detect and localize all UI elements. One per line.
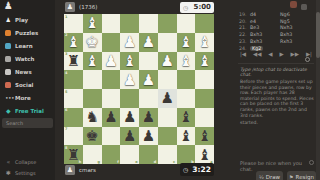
square-c3[interactable]: ♟ bbox=[158, 52, 177, 71]
sidebar-item-social[interactable]: Social bbox=[0, 78, 55, 91]
black-king-piece[interactable]: ♚ bbox=[83, 127, 102, 146]
square-a7[interactable]: ♝ bbox=[195, 127, 214, 146]
square-c2[interactable] bbox=[158, 33, 177, 52]
square-f1[interactable] bbox=[102, 14, 121, 33]
square-a3[interactable]: ♝ bbox=[195, 52, 214, 71]
gear-icon: ✱ bbox=[5, 170, 11, 176]
square-a5[interactable] bbox=[195, 89, 214, 108]
black-pawn-piece[interactable]: ♟ bbox=[120, 108, 139, 127]
rank-label: 7 bbox=[65, 127, 67, 131]
top-player-avatar[interactable]: ♟ bbox=[65, 2, 75, 12]
square-e7[interactable]: ♟ bbox=[120, 127, 139, 146]
draw-label: Draw bbox=[266, 174, 280, 180]
settings-button[interactable]: ✱ Settings bbox=[0, 167, 55, 178]
square-c8[interactable]: c bbox=[158, 145, 177, 164]
fast-back-button[interactable]: ◀◀ bbox=[253, 51, 261, 57]
scrollbar-thumb[interactable] bbox=[316, 12, 320, 58]
white-bishop-piece[interactable]: ♝ bbox=[177, 52, 196, 71]
square-g2[interactable]: ♚ bbox=[83, 33, 102, 52]
black-clock: ◷ 3:22 bbox=[180, 163, 214, 176]
bottom-player-name[interactable]: cmars bbox=[79, 167, 96, 173]
square-a8[interactable]: a♝ bbox=[195, 145, 214, 164]
news-icon bbox=[5, 69, 11, 75]
square-f2[interactable] bbox=[102, 33, 121, 52]
file-label: f bbox=[117, 160, 119, 164]
move-number: 22. bbox=[239, 32, 250, 37]
square-c6[interactable] bbox=[158, 108, 177, 127]
white-bishop-piece[interactable]: ♝ bbox=[177, 33, 196, 52]
sidebar-item-puzzles[interactable]: Puzzles bbox=[0, 26, 55, 39]
resign-label: Resign bbox=[296, 174, 314, 180]
black-move[interactable]: Ng5 bbox=[280, 19, 315, 24]
white-move[interactable]: e4 bbox=[250, 19, 280, 24]
white-move[interactable]: Bxh3 bbox=[250, 32, 280, 37]
white-pawn-piece[interactable]: ♟ bbox=[120, 33, 139, 52]
square-e4[interactable]: ♟ bbox=[120, 70, 139, 89]
black-clock-time: 3:22 bbox=[188, 165, 214, 174]
sidebar-item-learn[interactable]: Learn bbox=[0, 39, 55, 52]
sound-icon[interactable] bbox=[301, 4, 307, 10]
panel-divider bbox=[238, 63, 314, 64]
board-settings-gear-icon[interactable] bbox=[305, 57, 310, 62]
black-rook-piece[interactable]: ♜ bbox=[64, 52, 83, 71]
square-h7[interactable]: 7 bbox=[64, 127, 83, 146]
emoji-icon[interactable] bbox=[309, 160, 314, 165]
square-h2[interactable]: 2♝ bbox=[64, 33, 83, 52]
half-point-icon: ½ bbox=[259, 174, 264, 180]
go-first-button[interactable]: |◀ bbox=[240, 51, 246, 57]
learn-icon bbox=[5, 43, 11, 49]
square-e1[interactable] bbox=[120, 14, 139, 33]
square-f4[interactable] bbox=[102, 70, 121, 89]
white-pawn-piece[interactable]: ♟ bbox=[158, 52, 177, 71]
back-button[interactable]: ◀ bbox=[268, 51, 272, 57]
draw-button[interactable]: ½ Draw bbox=[256, 171, 283, 180]
black-pawn-piece[interactable]: ♟ bbox=[120, 127, 139, 146]
sidebar: ♟ ♟ Play Puzzles Learn Watch News bbox=[0, 0, 55, 180]
square-b3[interactable]: ♝ bbox=[177, 52, 196, 71]
white-pawn-piece[interactable]: ♟ bbox=[102, 52, 121, 71]
white-pawn-piece[interactable]: ♟ bbox=[139, 33, 158, 52]
social-icon bbox=[5, 82, 11, 88]
move-row: 19. d4 Ng6 bbox=[239, 11, 315, 18]
chat-area: Type /stop chat to deactivate chat. Befo… bbox=[240, 67, 314, 125]
square-h4[interactable]: 4 bbox=[64, 70, 83, 89]
square-a6[interactable] bbox=[195, 108, 214, 127]
collapse-icon: « bbox=[5, 159, 11, 165]
black-move[interactable]: Rxh3 bbox=[280, 39, 315, 44]
search-input[interactable]: Search bbox=[2, 118, 53, 128]
square-d3[interactable] bbox=[139, 52, 158, 71]
sidebar-item-play[interactable]: ♟ Play bbox=[0, 13, 55, 26]
square-c7[interactable] bbox=[158, 127, 177, 146]
chat-message-tail: started. bbox=[240, 120, 314, 125]
square-f5[interactable] bbox=[102, 89, 121, 108]
white-bishop-piece[interactable]: ♝ bbox=[64, 33, 83, 52]
forward-button[interactable]: ▶ bbox=[279, 51, 283, 57]
square-h6[interactable]: 6 bbox=[64, 108, 83, 127]
move-list: 19. d4 Ng6 20. e4 Ng5 21. Be3 Nxh3 22. B… bbox=[239, 11, 315, 52]
notification-icon[interactable] bbox=[290, 1, 297, 8]
square-b7[interactable]: ♝ bbox=[177, 127, 196, 146]
chat-message: Before the game players set up their pie… bbox=[240, 79, 314, 118]
square-e8[interactable]: e bbox=[120, 145, 139, 164]
move-row: 20. e4 Ng5 bbox=[239, 18, 315, 25]
square-h3[interactable]: 3♜ bbox=[64, 52, 83, 71]
square-d1[interactable] bbox=[139, 14, 158, 33]
black-move[interactable]: Bxh3 bbox=[280, 32, 315, 37]
sidebar-item-watch[interactable]: Watch bbox=[0, 52, 55, 65]
square-d8[interactable]: d bbox=[139, 145, 158, 164]
resign-button[interactable]: ⚑ Resign bbox=[287, 171, 316, 180]
top-player-name[interactable]: (1736) bbox=[79, 4, 97, 10]
sidebar-footer: « Collapse ✱ Settings bbox=[0, 156, 55, 178]
collapse-button[interactable]: « Collapse bbox=[0, 156, 55, 167]
square-f7[interactable] bbox=[102, 127, 121, 146]
white-bishop-piece[interactable]: ♝ bbox=[120, 52, 139, 71]
square-g6[interactable]: ♞ bbox=[83, 108, 102, 127]
square-d6[interactable]: ♟ bbox=[139, 108, 158, 127]
black-bishop-piece[interactable]: ♝ bbox=[177, 108, 196, 127]
square-g8[interactable]: g bbox=[83, 145, 102, 164]
fast-forward-button[interactable]: ▶▶ bbox=[291, 51, 299, 57]
square-b8[interactable]: b bbox=[177, 145, 196, 164]
black-rook-piece[interactable]: ♜ bbox=[64, 145, 83, 164]
white-king-piece[interactable]: ♚ bbox=[83, 33, 102, 52]
rank-label: 5 bbox=[65, 90, 67, 94]
square-g5[interactable] bbox=[83, 89, 102, 108]
black-bishop-piece[interactable]: ♝ bbox=[195, 145, 214, 164]
file-label: c bbox=[173, 160, 175, 164]
square-b2[interactable]: ♝ bbox=[177, 33, 196, 52]
settings-label: Settings bbox=[15, 170, 36, 176]
chat-hint-line: Type /stop chat to deactivate chat. bbox=[240, 67, 314, 77]
square-a4[interactable] bbox=[195, 70, 214, 89]
play-pawn-icon: ♟ bbox=[5, 17, 11, 23]
resign-flag-icon: ⚑ bbox=[289, 174, 293, 180]
square-d4[interactable]: ♟ bbox=[139, 70, 158, 89]
white-clock-time: 5:00 bbox=[188, 3, 214, 11]
black-pawn-piece[interactable]: ♟ bbox=[139, 108, 158, 127]
square-d5[interactable] bbox=[139, 89, 158, 108]
square-e3[interactable]: ♝ bbox=[120, 52, 139, 71]
rank-label: 1 bbox=[65, 15, 67, 19]
sidebar-item-free-trial[interactable]: ◆ Free Trial bbox=[0, 104, 55, 117]
square-d7[interactable]: ♟ bbox=[139, 127, 158, 146]
search-placeholder: Search bbox=[6, 120, 23, 126]
black-move[interactable]: Ng6 bbox=[280, 12, 315, 17]
white-bishop-piece[interactable]: ♝ bbox=[83, 52, 102, 71]
square-f8[interactable]: f bbox=[102, 145, 121, 164]
move-row: 23. Bxh3 Rxh3 bbox=[239, 38, 315, 45]
black-pawn-piece[interactable]: ♟ bbox=[158, 89, 177, 108]
black-bishop-piece[interactable]: ♝ bbox=[195, 127, 214, 146]
file-label: g bbox=[97, 160, 100, 164]
sidebar-item-label: News bbox=[15, 69, 32, 75]
sidebar-item-label: More bbox=[15, 95, 31, 101]
puzzles-icon bbox=[5, 30, 11, 36]
move-row: 21. Be3 Nxh3 bbox=[239, 25, 315, 32]
watch-icon bbox=[5, 56, 11, 62]
square-f3[interactable]: ♟ bbox=[102, 52, 121, 71]
white-move[interactable]: Bxh3 bbox=[250, 39, 280, 44]
white-pawn-piece[interactable]: ♟ bbox=[120, 70, 139, 89]
black-pawn-piece[interactable]: ♟ bbox=[139, 127, 158, 146]
sidebar-item-label: Learn bbox=[15, 43, 33, 49]
square-c4[interactable] bbox=[158, 70, 177, 89]
avatar-pawn-icon: ♟ bbox=[67, 166, 73, 174]
free-trial-label: Free Trial bbox=[15, 108, 44, 114]
black-pawn-piece[interactable]: ♟ bbox=[102, 108, 121, 127]
white-bishop-piece[interactable]: ♝ bbox=[83, 14, 102, 33]
collapse-label: Collapse bbox=[15, 159, 36, 165]
square-b5[interactable] bbox=[177, 89, 196, 108]
move-nav-controls: |◀ ◀◀ ◀ ▶ ▶▶ ▶| bbox=[240, 51, 312, 57]
file-label: d bbox=[154, 160, 157, 164]
bottom-player-avatar[interactable]: ♟ bbox=[65, 165, 75, 175]
sidebar-item-label: Watch bbox=[15, 56, 34, 62]
more-ellipsis-icon: ••• bbox=[5, 95, 11, 101]
sidebar-nav: ♟ Play Puzzles Learn Watch News Socia bbox=[0, 13, 55, 117]
move-number: 23. bbox=[239, 39, 250, 44]
black-knight-piece[interactable]: ♞ bbox=[83, 108, 102, 127]
square-g1[interactable]: ♝ bbox=[83, 14, 102, 33]
square-e6[interactable]: ♟ bbox=[120, 108, 139, 127]
rank-label: 6 bbox=[65, 108, 67, 112]
chess-board: 1♝2♝♚♟♟♝♝3♜♝♟♝♟♝♝4♟♟5♟6♞♟♟♟♝7♚♟♟♝♝8h♜gfe… bbox=[64, 14, 214, 164]
move-number: 19. bbox=[239, 12, 250, 17]
move-number: 21. bbox=[239, 25, 250, 30]
square-b4[interactable] bbox=[177, 70, 196, 89]
sidebar-item-news[interactable]: News bbox=[0, 65, 55, 78]
square-c1[interactable] bbox=[158, 14, 177, 33]
square-c5[interactable]: ♟ bbox=[158, 89, 177, 108]
white-clock: ◷ 5:00 bbox=[180, 2, 214, 13]
white-pawn-piece[interactable]: ♟ bbox=[139, 70, 158, 89]
square-e2[interactable]: ♟ bbox=[120, 33, 139, 52]
black-move[interactable]: Nxh3 bbox=[280, 25, 315, 30]
white-move[interactable]: Be3 bbox=[250, 25, 280, 30]
sidebar-item-label: Play bbox=[15, 17, 28, 23]
white-bishop-piece[interactable]: ♝ bbox=[195, 33, 214, 52]
file-label: e bbox=[135, 160, 137, 164]
square-g4[interactable] bbox=[83, 70, 102, 89]
square-g3[interactable]: ♝ bbox=[83, 52, 102, 71]
square-b1[interactable] bbox=[177, 14, 196, 33]
white-move[interactable]: d4 bbox=[250, 12, 280, 17]
move-row: 22. Bxh3 Bxh3 bbox=[239, 31, 315, 38]
diamond-icon: ◆ bbox=[5, 108, 11, 114]
square-a2[interactable]: ♝ bbox=[195, 33, 214, 52]
rank-label: 4 bbox=[65, 71, 67, 75]
square-f6[interactable]: ♟ bbox=[102, 108, 121, 127]
move-number: 20. bbox=[239, 19, 250, 24]
square-a1[interactable] bbox=[195, 14, 214, 33]
square-d2[interactable]: ♟ bbox=[139, 33, 158, 52]
chess-app-window: ♟ ♟ Play Puzzles Learn Watch News bbox=[0, 0, 320, 180]
sidebar-item-more[interactable]: ••• More bbox=[0, 91, 55, 104]
sidebar-item-label: Puzzles bbox=[15, 30, 38, 36]
square-h1[interactable]: 1 bbox=[64, 14, 83, 33]
square-h8[interactable]: 8h♜ bbox=[64, 145, 83, 164]
square-e5[interactable] bbox=[120, 89, 139, 108]
scrollbar-track[interactable] bbox=[316, 0, 320, 180]
black-bishop-piece[interactable]: ♝ bbox=[177, 127, 196, 146]
square-g7[interactable]: ♚ bbox=[83, 127, 102, 146]
sidebar-item-label: Social bbox=[15, 82, 33, 88]
chesscom-logo-pawn-icon[interactable]: ♟ bbox=[4, 0, 13, 11]
avatar-pawn-icon: ♟ bbox=[67, 3, 73, 11]
square-h5[interactable]: 5 bbox=[64, 89, 83, 108]
white-bishop-piece[interactable]: ♝ bbox=[195, 52, 214, 71]
square-b6[interactable]: ♝ bbox=[177, 108, 196, 127]
